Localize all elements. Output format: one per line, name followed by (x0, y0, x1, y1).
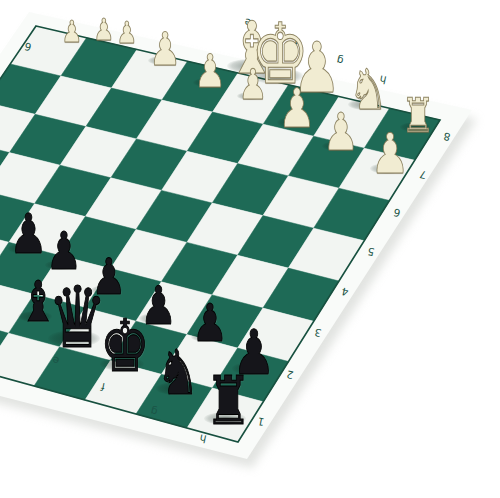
white-pawn[interactable]: ♟ (321, 106, 362, 158)
white-pawn[interactable]: ♟ (192, 48, 228, 94)
product-photo-background: 876543216efghefgh ♟♟♟♟♝♚♟♟♟♞♟♜♟♟♟♟♟♝♟♟♛♚… (0, 0, 500, 498)
black-knight[interactable]: ♞ (154, 342, 202, 404)
white-pawn[interactable]: ♟ (147, 26, 183, 72)
black-king[interactable]: ♚ (97, 310, 153, 382)
white-pawn[interactable]: ♟ (115, 18, 138, 48)
white-pawn[interactable]: ♟ (368, 126, 412, 182)
white-pawn[interactable]: ♟ (92, 15, 115, 45)
white-pawn[interactable]: ♟ (60, 17, 83, 47)
white-pawn[interactable]: ♟ (237, 64, 270, 106)
black-rook[interactable]: ♜ (202, 368, 254, 435)
white-pawn[interactable]: ♟ (276, 82, 318, 136)
